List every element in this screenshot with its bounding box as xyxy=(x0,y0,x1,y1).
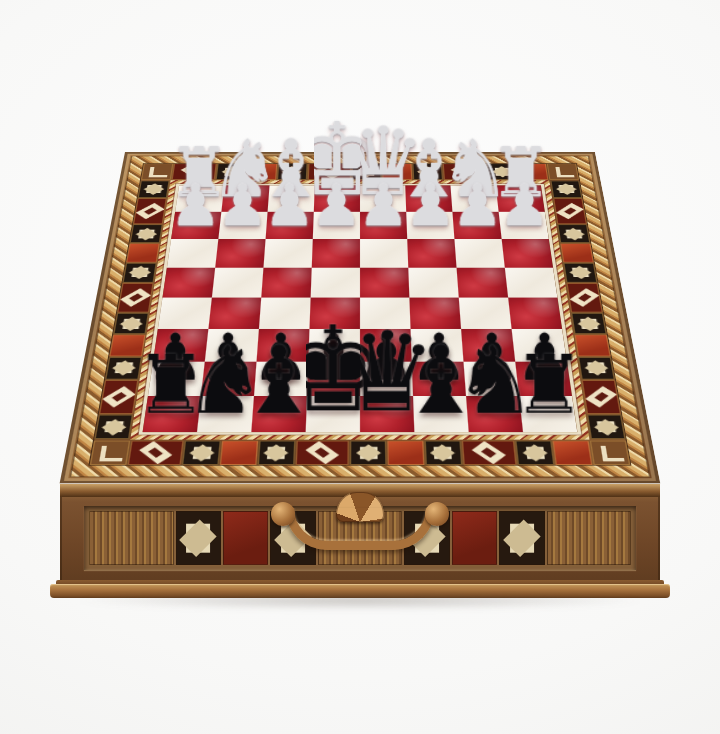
inlay-eye-tile xyxy=(133,198,167,224)
inlay-eye-tile xyxy=(462,441,517,465)
piece-white-pawn-a2[interactable]: ♟ xyxy=(501,94,548,233)
piece-white-pawn-b2[interactable]: ♟ xyxy=(454,94,501,233)
piece-white-pawn-c2[interactable]: ♟ xyxy=(407,94,454,233)
inlay-star-tile xyxy=(182,441,221,465)
floor-shadow xyxy=(70,594,650,610)
drawer-inlay-star-tile xyxy=(176,511,221,565)
inlay-star-tile xyxy=(258,441,296,465)
inlay-red-tile xyxy=(220,441,258,465)
drawer-inlay-red-tile xyxy=(223,511,268,565)
pieces-layer: ♜♞♝♚♛♝♞♜♟♟♟♟♟♟♟♟♟♟♟♟♟♟♟♟♜♞♝♚♛♝♞♜ xyxy=(143,185,578,432)
inlay-star-tile xyxy=(350,441,386,465)
drawer-handle[interactable] xyxy=(265,492,455,562)
inlay-star-tile xyxy=(425,441,463,465)
inlay-star-tile xyxy=(571,313,607,334)
inlay-eye-tile xyxy=(99,380,138,414)
piece-white-pawn-g2[interactable]: ♟ xyxy=(219,94,266,233)
handle-left-scroll-icon xyxy=(271,502,295,526)
inlay-star-tile xyxy=(587,415,626,439)
inlay-red-tile xyxy=(388,441,425,465)
inlay-greek-tile xyxy=(590,441,630,465)
drawer-inlay-grain-tile xyxy=(89,511,174,565)
inlay-eye-tile xyxy=(582,380,621,414)
inlay-eye-tile xyxy=(295,441,349,465)
inlay-greek-tile xyxy=(90,441,130,465)
drawer-inlay-grain-tile xyxy=(547,511,632,565)
chess-board: ♜♞♝♚♛♝♞♜♟♟♟♟♟♟♟♟♟♟♟♟♟♟♟♟♜♞♝♚♛♝♞♜ xyxy=(60,152,661,484)
inlay-red-tile xyxy=(553,441,593,465)
box-front xyxy=(60,484,660,584)
handle-bail[interactable] xyxy=(285,508,435,550)
piece-black-rook-a8[interactable]: ♜ xyxy=(522,264,576,424)
inlay-star-tile xyxy=(516,441,555,465)
drawer-inlay-red-tile xyxy=(452,511,497,565)
piece-white-pawn-e2[interactable]: ♟ xyxy=(313,94,360,233)
drawer-inlay-star-tile xyxy=(499,511,544,565)
chess-set-scene: ♜♞♝♚♛♝♞♜♟♟♟♟♟♟♟♟♟♟♟♟♟♟♟♟♜♞♝♚♛♝♞♜ xyxy=(0,0,720,734)
motif-strip-bottom xyxy=(88,440,631,466)
piece-white-pawn-h2[interactable]: ♟ xyxy=(172,94,219,233)
inlay-eye-tile xyxy=(128,441,184,465)
handle-right-scroll-icon xyxy=(425,502,449,526)
inlay-star-tile xyxy=(94,415,133,439)
piece-white-pawn-f2[interactable]: ♟ xyxy=(266,94,313,233)
piece-white-pawn-d2[interactable]: ♟ xyxy=(360,94,407,233)
inlay-eye-tile xyxy=(553,198,587,224)
